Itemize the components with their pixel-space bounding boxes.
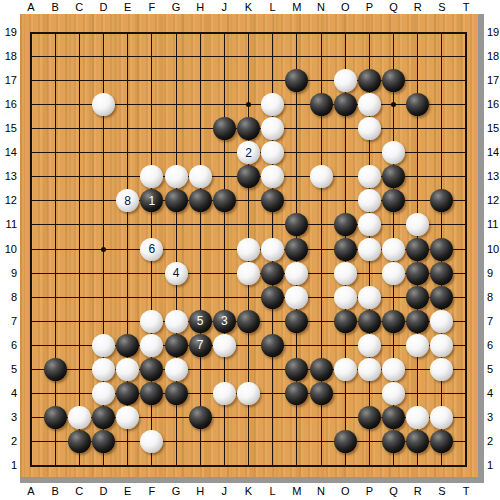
stone-white [358, 238, 381, 261]
move-number-label: 3 [221, 315, 228, 327]
stone-black [92, 406, 115, 429]
stone-black [310, 382, 333, 405]
coordinate-label-bottom: O [336, 485, 354, 498]
stone-white [430, 358, 453, 381]
coordinate-label-right: 8 [487, 291, 500, 304]
stone-black [334, 238, 357, 261]
coordinate-label-left: 5 [0, 363, 17, 376]
stone-black [140, 382, 163, 405]
stone-white [261, 238, 284, 261]
stone-white [237, 382, 260, 405]
coordinate-label-top: P [360, 1, 378, 14]
coordinate-label-top: F [143, 1, 161, 14]
coordinate-label-left: 7 [0, 315, 17, 328]
stone-black [382, 430, 405, 453]
grid-line-horizontal [30, 465, 467, 467]
grid-line-vertical [465, 32, 467, 467]
stone-black [189, 406, 212, 429]
stone-black: 7 [189, 334, 212, 357]
coordinate-label-left: 16 [0, 98, 17, 111]
stone-black [213, 117, 236, 140]
coordinate-label-left: 1 [0, 459, 17, 472]
coordinate-label-bottom: S [433, 485, 451, 498]
stone-white [92, 382, 115, 405]
stone-black [261, 262, 284, 285]
coordinate-label-top: M [288, 1, 306, 14]
stone-white [358, 93, 381, 116]
stone-black [310, 93, 333, 116]
stone-white: 6 [140, 238, 163, 261]
stone-white [382, 262, 405, 285]
coordinate-label-bottom: J [215, 485, 233, 498]
stone-white [189, 165, 212, 188]
coordinate-label-right: 14 [487, 146, 500, 159]
coordinate-label-bottom: L [264, 485, 282, 498]
stone-white [382, 238, 405, 261]
move-number-label: 5 [197, 315, 204, 327]
coordinate-label-right: 19 [487, 26, 500, 39]
stone-white [68, 406, 91, 429]
coordinate-label-left: 10 [0, 243, 17, 256]
stone-white [406, 334, 429, 357]
coordinate-label-top: K [240, 1, 258, 14]
stone-black [140, 358, 163, 381]
coordinate-label-bottom: H [191, 485, 209, 498]
stone-black [358, 69, 381, 92]
stone-white [334, 286, 357, 309]
coordinate-label-top: T [457, 1, 475, 14]
stone-black [285, 310, 308, 333]
stone-white [140, 310, 163, 333]
stone-white [165, 165, 188, 188]
coordinate-label-right: 12 [487, 194, 500, 207]
stone-white [92, 358, 115, 381]
stone-black [68, 430, 91, 453]
move-number-label: 8 [124, 195, 131, 207]
coordinate-label-left: 6 [0, 339, 17, 352]
stone-black [116, 334, 139, 357]
stone-black [116, 382, 139, 405]
stone-white [406, 406, 429, 429]
coordinate-label-bottom: G [167, 485, 185, 498]
coordinate-label-right: 11 [487, 218, 500, 231]
coordinate-label-left: 9 [0, 267, 17, 280]
stone-black: 3 [213, 310, 236, 333]
coordinate-label-top: R [409, 1, 427, 14]
move-number-label: 1 [148, 195, 155, 207]
stone-black [334, 93, 357, 116]
stone-black [165, 334, 188, 357]
coordinate-label-right: 2 [487, 435, 500, 448]
stone-white [165, 358, 188, 381]
coordinate-label-bottom: D [95, 485, 113, 498]
coordinate-label-right: 16 [487, 98, 500, 111]
coordinate-label-right: 17 [487, 74, 500, 87]
coordinate-label-top: B [46, 1, 64, 14]
coordinate-label-left: 18 [0, 50, 17, 63]
coordinate-label-top: C [70, 1, 88, 14]
coordinate-label-top: G [167, 1, 185, 14]
stone-white [116, 358, 139, 381]
coordinate-label-left: 15 [0, 122, 17, 135]
stone-white [213, 382, 236, 405]
coordinate-label-top: E [119, 1, 137, 14]
stone-black [285, 358, 308, 381]
stone-black [44, 358, 67, 381]
stone-white [237, 262, 260, 285]
move-number-label: 7 [197, 339, 204, 351]
coordinate-label-left: 14 [0, 146, 17, 159]
stone-black [358, 310, 381, 333]
stone-black [334, 213, 357, 236]
coordinate-label-bottom: B [46, 485, 64, 498]
coordinate-label-right: 4 [487, 387, 500, 400]
stone-black [406, 238, 429, 261]
stone-black [334, 310, 357, 333]
stone-white [334, 69, 357, 92]
coordinate-label-bottom: E [119, 485, 137, 498]
stone-black [406, 286, 429, 309]
stone-white [285, 286, 308, 309]
stone-white [358, 286, 381, 309]
stone-white [310, 165, 333, 188]
stone-black: 5 [189, 310, 212, 333]
stone-black [430, 262, 453, 285]
coordinate-label-left: 19 [0, 26, 17, 39]
stone-black [261, 334, 284, 357]
coordinate-label-bottom: M [288, 485, 306, 498]
coordinate-label-right: 9 [487, 267, 500, 280]
stone-white [382, 382, 405, 405]
coordinate-label-bottom: P [360, 485, 378, 498]
coordinate-label-left: 12 [0, 194, 17, 207]
move-number-label: 6 [148, 243, 155, 255]
coordinate-label-right: 7 [487, 315, 500, 328]
stone-black [285, 382, 308, 405]
coordinate-label-bottom: C [70, 485, 88, 498]
stone-white [140, 334, 163, 357]
stone-black [382, 310, 405, 333]
star-point [101, 247, 106, 252]
coordinate-label-right: 18 [487, 50, 500, 63]
coordinate-label-bottom: R [409, 485, 427, 498]
stone-white [358, 165, 381, 188]
coordinate-label-right: 15 [487, 122, 500, 135]
stone-white [116, 406, 139, 429]
coordinate-label-top: L [264, 1, 282, 14]
coordinate-label-top: J [215, 1, 233, 14]
coordinate-label-left: 4 [0, 387, 17, 400]
stone-white [382, 358, 405, 381]
coordinate-label-top: N [312, 1, 330, 14]
stone-white [430, 310, 453, 333]
stone-white: 4 [165, 262, 188, 285]
stone-black [92, 430, 115, 453]
coordinate-label-right: 10 [487, 243, 500, 256]
stone-black [406, 262, 429, 285]
stone-black [430, 238, 453, 261]
stone-white [334, 262, 357, 285]
stone-black [310, 358, 333, 381]
coordinate-label-left: 17 [0, 74, 17, 87]
stone-white [334, 358, 357, 381]
stone-black [430, 286, 453, 309]
coordinate-label-bottom: K [240, 485, 258, 498]
coordinate-label-bottom: N [312, 485, 330, 498]
coordinate-label-top: Q [385, 1, 403, 14]
coordinate-label-right: 6 [487, 339, 500, 352]
stone-black [237, 310, 260, 333]
coordinate-label-bottom: A [22, 485, 40, 498]
stone-black [334, 430, 357, 453]
stone-white [358, 334, 381, 357]
coordinate-label-top: H [191, 1, 209, 14]
coordinate-label-right: 3 [487, 411, 500, 424]
coordinate-label-top: A [22, 1, 40, 14]
coordinate-label-left: 8 [0, 291, 17, 304]
stone-white [92, 334, 115, 357]
coordinate-label-left: 13 [0, 170, 17, 183]
stone-white [285, 262, 308, 285]
stone-white [358, 117, 381, 140]
stone-white [430, 334, 453, 357]
stone-black [382, 406, 405, 429]
stone-white [92, 93, 115, 116]
coordinate-label-right: 13 [487, 170, 500, 183]
coordinate-label-left: 3 [0, 411, 17, 424]
stone-black [261, 286, 284, 309]
stone-white [213, 334, 236, 357]
stone-black [189, 189, 212, 212]
move-number-label: 2 [245, 147, 252, 159]
stone-black [358, 406, 381, 429]
coordinate-label-right: 1 [487, 459, 500, 472]
go-diagram-page: { "game": "go", "board": { "size": 19, "… [0, 0, 500, 500]
stone-black [165, 382, 188, 405]
stone-black [44, 406, 67, 429]
coordinate-label-bottom: Q [385, 485, 403, 498]
coordinate-label-top: O [336, 1, 354, 14]
board-shadow-bottom [20, 477, 484, 483]
grid-line-horizontal [30, 297, 467, 298]
stone-black [285, 238, 308, 261]
stone-black [406, 310, 429, 333]
coordinate-label-left: 11 [0, 218, 17, 231]
stone-white [165, 310, 188, 333]
coordinate-label-bottom: T [457, 485, 475, 498]
stone-black [165, 189, 188, 212]
stone-white [358, 358, 381, 381]
board-shadow-right [478, 14, 484, 483]
move-number-label: 4 [173, 267, 180, 279]
coordinate-label-top: D [95, 1, 113, 14]
stone-white [237, 238, 260, 261]
stone-black [382, 69, 405, 92]
coordinate-label-bottom: F [143, 485, 161, 498]
coordinate-label-top: S [433, 1, 451, 14]
stone-black [406, 430, 429, 453]
coordinate-label-right: 5 [487, 363, 500, 376]
coordinate-label-left: 2 [0, 435, 17, 448]
